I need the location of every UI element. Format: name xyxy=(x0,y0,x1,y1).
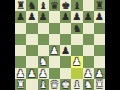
square-g2[interactable]: ♟ xyxy=(83,68,94,79)
white-pawn-icon: ♟ xyxy=(15,68,26,79)
square-a2[interactable]: ♟ xyxy=(15,68,26,79)
square-f7[interactable]: ♟ xyxy=(71,11,82,22)
square-h3[interactable] xyxy=(94,56,105,67)
square-a7[interactable]: ♟ xyxy=(15,11,26,22)
square-f1[interactable]: ♝ xyxy=(71,79,82,90)
square-c5[interactable] xyxy=(38,34,49,45)
square-d7[interactable] xyxy=(49,11,60,22)
black-knight-icon: ♞ xyxy=(26,0,37,11)
white-rook-icon: ♜ xyxy=(94,79,105,90)
square-h5[interactable] xyxy=(94,34,105,45)
white-pawn-icon: ♟ xyxy=(38,68,49,79)
white-pawn-icon: ♟ xyxy=(71,56,82,67)
square-f4[interactable] xyxy=(71,45,82,56)
black-king-icon: ♚ xyxy=(60,0,71,11)
square-b7[interactable]: ♟ xyxy=(26,11,37,22)
white-pawn-icon: ♟ xyxy=(94,68,105,79)
white-rook-icon: ♜ xyxy=(15,79,26,90)
square-d3[interactable] xyxy=(49,56,60,67)
black-pawn-icon: ♟ xyxy=(15,11,26,22)
square-g6[interactable] xyxy=(83,23,94,34)
square-g7[interactable]: ♟ xyxy=(83,11,94,22)
black-pawn-icon: ♟ xyxy=(94,11,105,22)
square-a5[interactable] xyxy=(15,34,26,45)
square-e2[interactable] xyxy=(60,68,71,79)
black-pawn-icon: ♟ xyxy=(60,45,71,56)
square-a6[interactable] xyxy=(15,23,26,34)
letterbox-right xyxy=(105,0,120,90)
square-b3[interactable] xyxy=(26,56,37,67)
white-pawn-icon: ♟ xyxy=(49,45,60,56)
square-h1[interactable]: ♜ xyxy=(94,79,105,90)
white-knight-icon: ♞ xyxy=(83,79,94,90)
square-g3[interactable] xyxy=(83,56,94,67)
square-e7[interactable]: ♟ xyxy=(60,11,71,22)
square-e4[interactable]: ♟ xyxy=(60,45,71,56)
square-h8[interactable]: ♜ xyxy=(94,0,105,11)
white-bishop-icon: ♝ xyxy=(71,79,82,90)
black-pawn-icon: ♟ xyxy=(60,11,71,22)
black-rook-icon: ♜ xyxy=(94,0,105,11)
square-f6[interactable]: ♞ xyxy=(71,23,82,34)
square-h4[interactable] xyxy=(94,45,105,56)
square-d5[interactable] xyxy=(49,34,60,45)
square-d8[interactable]: ♛ xyxy=(49,0,60,11)
black-bishop-icon: ♝ xyxy=(71,0,82,11)
black-pawn-icon: ♟ xyxy=(38,11,49,22)
square-h2[interactable]: ♟ xyxy=(94,68,105,79)
chess-app-viewport: ♜♞♝♛♚♝♜♟♟♟♟♟♟♟♞♟♟♞♟♟♟♟♟♟♜♝♛♚♝♞♜ xyxy=(0,0,120,90)
square-g8[interactable] xyxy=(83,0,94,11)
square-b4[interactable] xyxy=(26,45,37,56)
black-pawn-icon: ♟ xyxy=(26,11,37,22)
square-e5[interactable] xyxy=(60,34,71,45)
square-c7[interactable]: ♟ xyxy=(38,11,49,22)
square-f8[interactable]: ♝ xyxy=(71,0,82,11)
square-b1[interactable] xyxy=(26,79,37,90)
chess-board: ♜♞♝♛♚♝♜♟♟♟♟♟♟♟♞♟♟♞♟♟♟♟♟♟♜♝♛♚♝♞♜ xyxy=(15,0,105,90)
square-f5[interactable] xyxy=(71,34,82,45)
square-c1[interactable]: ♝ xyxy=(38,79,49,90)
square-d1[interactable]: ♛ xyxy=(49,79,60,90)
black-pawn-icon: ♟ xyxy=(71,11,82,22)
square-f3[interactable]: ♟ xyxy=(71,56,82,67)
square-d6[interactable] xyxy=(49,23,60,34)
square-b8[interactable]: ♞ xyxy=(26,0,37,11)
square-d2[interactable] xyxy=(49,68,60,79)
white-pawn-icon: ♟ xyxy=(26,68,37,79)
square-a3[interactable] xyxy=(15,56,26,67)
black-pawn-icon: ♟ xyxy=(83,11,94,22)
white-knight-icon: ♞ xyxy=(38,56,49,67)
square-c4[interactable] xyxy=(38,45,49,56)
square-g4[interactable] xyxy=(83,45,94,56)
square-e3[interactable] xyxy=(60,56,71,67)
square-c8[interactable]: ♝ xyxy=(38,0,49,11)
square-f2[interactable] xyxy=(71,68,82,79)
square-e1[interactable]: ♚ xyxy=(60,79,71,90)
white-bishop-icon: ♝ xyxy=(38,79,49,90)
square-c2[interactable]: ♟ xyxy=(38,68,49,79)
square-c3[interactable]: ♞ xyxy=(38,56,49,67)
white-pawn-icon: ♟ xyxy=(83,68,94,79)
square-a1[interactable]: ♜ xyxy=(15,79,26,90)
square-e6[interactable] xyxy=(60,23,71,34)
black-bishop-icon: ♝ xyxy=(38,0,49,11)
black-rook-icon: ♜ xyxy=(15,0,26,11)
square-a4[interactable] xyxy=(15,45,26,56)
square-g1[interactable]: ♞ xyxy=(83,79,94,90)
square-h6[interactable] xyxy=(94,23,105,34)
square-c6[interactable] xyxy=(38,23,49,34)
square-b2[interactable]: ♟ xyxy=(26,68,37,79)
white-king-icon: ♚ xyxy=(60,79,71,90)
square-e8[interactable]: ♚ xyxy=(60,0,71,11)
square-d4[interactable]: ♟ xyxy=(49,45,60,56)
square-b5[interactable] xyxy=(26,34,37,45)
black-knight-icon: ♞ xyxy=(71,23,82,34)
white-queen-icon: ♛ xyxy=(49,79,60,90)
square-b6[interactable] xyxy=(26,23,37,34)
black-queen-icon: ♛ xyxy=(49,0,60,11)
square-h7[interactable]: ♟ xyxy=(94,11,105,22)
letterbox-left xyxy=(0,0,15,90)
square-g5[interactable] xyxy=(83,34,94,45)
square-a8[interactable]: ♜ xyxy=(15,0,26,11)
